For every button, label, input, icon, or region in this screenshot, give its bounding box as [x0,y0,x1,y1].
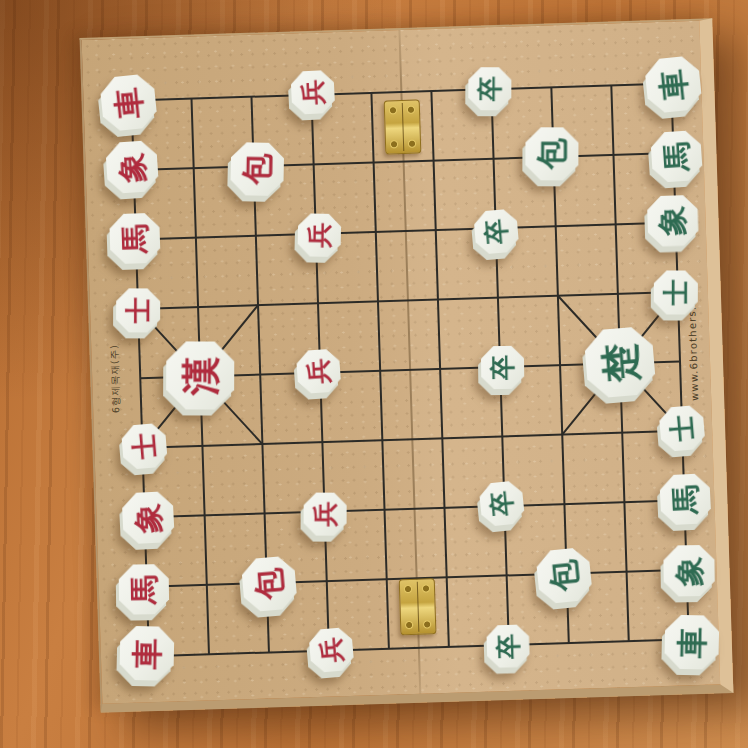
piece-han-chariot[interactable]: 車 [119,626,174,681]
piece-cho-horse[interactable]: 馬 [650,129,703,182]
glyph-general: 楚 [599,341,641,383]
glyph-cannon: 包 [241,153,273,185]
glyph-soldier: 卒 [488,489,515,516]
piece-han-horse[interactable]: 馬 [119,564,170,615]
piece-cho-soldier[interactable]: 卒 [478,480,525,527]
glyph-cannon: 包 [252,567,285,600]
piece-han-soldier[interactable]: 兵 [295,348,341,394]
glyph-elephant: 象 [132,501,163,532]
hinge-top [384,99,422,154]
grid-row-line [145,500,685,517]
glyph-chariot: 車 [656,67,690,101]
piece-han-chariot[interactable]: 車 [99,73,158,132]
glyph-soldier: 兵 [305,357,332,384]
photo-background: 6형제목재(주) www.6brothers.com 車象馬士士象馬車漢包包兵兵… [0,0,748,748]
piece-han-horse[interactable]: 馬 [109,213,161,265]
glyph-guard: 士 [125,297,151,323]
piece-han-soldier[interactable]: 兵 [303,492,346,535]
piece-han-soldier[interactable]: 兵 [297,213,341,257]
piece-han-general[interactable]: 漢 [166,341,234,409]
piece-cho-general[interactable]: 楚 [583,326,656,399]
glyph-horse: 馬 [670,484,700,514]
piece-han-cannon[interactable]: 包 [240,555,297,612]
glyph-soldier: 兵 [306,222,332,248]
grid-row-line [134,153,674,170]
piece-cho-elephant[interactable]: 象 [646,194,699,247]
hinge-bottom [399,578,437,635]
glyph-soldier: 兵 [312,501,337,526]
glyph-chariot: 車 [676,626,708,658]
glyph-horse: 馬 [129,574,158,603]
glyph-chariot: 車 [112,86,146,120]
piece-han-soldier[interactable]: 兵 [308,626,354,672]
glyph-general: 漢 [181,356,220,395]
piece-cho-guard[interactable]: 士 [658,404,706,452]
grid-row-line [142,431,682,448]
glyph-cannon: 包 [536,138,567,169]
piece-han-cannon[interactable]: 包 [230,142,284,196]
glyph-chariot: 車 [131,637,163,669]
glyph-soldier: 卒 [495,633,521,659]
piece-face: 兵 [303,492,346,535]
glyph-elephant: 象 [116,151,148,183]
glyph-horse: 馬 [120,224,150,254]
piece-face: 卒 [468,67,511,110]
piece-han-elephant[interactable]: 象 [104,140,158,194]
piece-face: 士 [116,288,160,332]
piece-han-guard[interactable]: 士 [121,422,169,470]
glyph-soldier: 卒 [482,218,509,245]
piece-cho-chariot[interactable]: 車 [664,615,719,670]
grid-row-line [138,292,678,309]
piece-cho-soldier[interactable]: 卒 [480,345,524,389]
piece-han-guard[interactable]: 士 [116,288,160,332]
glyph-soldier: 卒 [489,354,514,379]
glyph-cannon: 包 [547,559,581,593]
brand-text-left: 6형제목재(주) [109,344,121,413]
piece-cho-horse[interactable]: 馬 [659,473,711,525]
piece-cho-guard[interactable]: 士 [654,270,698,314]
piece-face: 漢 [166,341,234,409]
piece-cho-elephant[interactable]: 象 [663,545,715,597]
piece-cho-soldier[interactable]: 卒 [473,208,519,254]
piece-cho-cannon[interactable]: 包 [535,547,593,605]
glyph-horse: 馬 [661,140,692,171]
glyph-soldier: 兵 [299,79,325,105]
glyph-guard: 士 [668,414,696,442]
glyph-soldier: 兵 [317,636,344,663]
glyph-guard: 士 [130,432,158,460]
glyph-guard: 士 [663,279,689,305]
glyph-elephant: 象 [673,556,703,586]
piece-face: 士 [654,270,698,314]
board: 6형제목재(주) www.6brothers.com 車象馬士士象馬車漢包包兵兵… [80,18,734,713]
grid-row-line [132,84,672,101]
piece-han-elephant[interactable]: 象 [121,490,174,543]
glyph-soldier: 卒 [477,76,502,101]
piece-cho-soldier[interactable]: 卒 [486,624,530,668]
grid-row-line [149,639,689,656]
piece-cho-soldier[interactable]: 卒 [468,67,511,110]
piece-cho-cannon[interactable]: 包 [525,127,578,180]
grid-row-line [136,222,676,239]
glyph-elephant: 象 [657,205,688,236]
piece-face: 馬 [119,564,170,615]
piece-cho-chariot[interactable]: 車 [644,55,703,114]
piece-han-soldier[interactable]: 兵 [290,69,335,114]
